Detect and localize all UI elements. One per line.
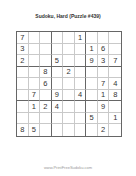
cell-r5c7-empty xyxy=(86,78,98,90)
cell-r1c9-empty xyxy=(109,32,121,44)
cell-r9c7-empty xyxy=(86,124,98,136)
cell-r5c3-given: 6 xyxy=(40,78,52,90)
cell-r4c8-empty xyxy=(98,67,110,79)
cell-r3c7-given: 9 xyxy=(86,55,98,67)
cell-r1c4-empty xyxy=(52,32,64,44)
cell-r1c1-given: 7 xyxy=(17,32,29,44)
cell-r5c2-empty xyxy=(29,78,41,90)
cell-r5c1-empty xyxy=(17,78,29,90)
cell-r2c2-empty xyxy=(29,44,41,56)
cell-r9c6-empty xyxy=(75,124,87,136)
cell-r8c4-empty xyxy=(52,113,64,125)
cell-r9c9-empty xyxy=(109,124,121,136)
cell-r2c5-empty xyxy=(63,44,75,56)
cell-r2c1-given: 3 xyxy=(17,44,29,56)
cell-r8c5-empty xyxy=(63,113,75,125)
cell-r6c2-given: 7 xyxy=(29,90,41,102)
cell-r5c4-empty xyxy=(52,78,64,90)
cell-r7c4-given: 4 xyxy=(52,101,64,113)
cell-r3c9-given: 7 xyxy=(109,55,121,67)
cell-r2c6-empty xyxy=(75,44,87,56)
cell-r9c1-given: 8 xyxy=(17,124,29,136)
cell-r7c5-empty xyxy=(63,101,75,113)
cell-r9c8-given: 2 xyxy=(98,124,110,136)
cell-r3c5-empty xyxy=(63,55,75,67)
cell-r4c4-empty xyxy=(52,67,64,79)
cell-r9c5-empty xyxy=(63,124,75,136)
cell-r9c2-given: 5 xyxy=(29,124,41,136)
cell-r8c8-empty xyxy=(98,113,110,125)
cell-r5c9-given: 4 xyxy=(109,78,121,90)
cell-r7c1-empty xyxy=(17,101,29,113)
cell-r3c4-given: 5 xyxy=(52,55,64,67)
cell-r6c8-given: 1 xyxy=(98,90,110,102)
cell-r5c5-empty xyxy=(63,78,75,90)
cell-r1c8-empty xyxy=(98,32,110,44)
cell-r4c9-empty xyxy=(109,67,121,79)
cell-r6c6-given: 4 xyxy=(75,90,87,102)
cell-r8c1-empty xyxy=(17,113,29,125)
cell-r7c6-empty xyxy=(75,101,87,113)
cell-r8c6-empty xyxy=(75,113,87,125)
cell-r7c9-empty xyxy=(109,101,121,113)
cell-r3c3-empty xyxy=(40,55,52,67)
cell-r9c4-empty xyxy=(52,124,64,136)
cell-r8c3-empty xyxy=(40,113,52,125)
cell-r2c8-given: 6 xyxy=(98,44,110,56)
cell-r6c7-empty xyxy=(86,90,98,102)
cell-r4c3-given: 8 xyxy=(40,67,52,79)
cell-r7c8-given: 9 xyxy=(98,101,110,113)
sudoku-page: Sudoku, Hard (Puzzle #439) 7131625937826… xyxy=(0,0,136,176)
cell-r7c7-empty xyxy=(86,101,98,113)
cell-r6c5-empty xyxy=(63,90,75,102)
cell-r9c3-empty xyxy=(40,124,52,136)
cell-r4c5-given: 2 xyxy=(63,67,75,79)
cell-r4c1-empty xyxy=(17,67,29,79)
cell-r7c2-given: 1 xyxy=(29,101,41,113)
cell-r8c9-given: 1 xyxy=(109,113,121,125)
cell-r8c7-given: 5 xyxy=(86,113,98,125)
cell-r4c7-empty xyxy=(86,67,98,79)
cell-r3c1-given: 2 xyxy=(17,55,29,67)
cell-r3c6-empty xyxy=(75,55,87,67)
cell-r1c5-empty xyxy=(63,32,75,44)
cell-r5c8-given: 7 xyxy=(98,78,110,90)
cell-r3c2-empty xyxy=(29,55,41,67)
cell-r6c3-empty xyxy=(40,90,52,102)
cell-r2c9-empty xyxy=(109,44,121,56)
cell-r1c7-empty xyxy=(86,32,98,44)
cell-r2c3-empty xyxy=(40,44,52,56)
cell-r1c3-empty xyxy=(40,32,52,44)
cell-r6c9-given: 8 xyxy=(109,90,121,102)
cell-r4c2-empty xyxy=(29,67,41,79)
footer-url: www.PrintFreeSudoku.com xyxy=(0,165,136,170)
cell-r2c4-empty xyxy=(52,44,64,56)
cell-r1c6-given: 1 xyxy=(75,32,87,44)
cell-r6c4-given: 9 xyxy=(52,90,64,102)
cell-r1c2-empty xyxy=(29,32,41,44)
cell-r2c7-given: 1 xyxy=(86,44,98,56)
cell-r8c2-empty xyxy=(29,113,41,125)
cell-r5c6-empty xyxy=(75,78,87,90)
cell-r7c3-given: 2 xyxy=(40,101,52,113)
cell-r3c8-given: 3 xyxy=(98,55,110,67)
puzzle-title: Sudoku, Hard (Puzzle #439) xyxy=(0,13,136,19)
cell-r4c6-empty xyxy=(75,67,87,79)
sudoku-board: 71316259378267479418124951852 xyxy=(16,31,122,137)
cell-r6c1-empty xyxy=(17,90,29,102)
